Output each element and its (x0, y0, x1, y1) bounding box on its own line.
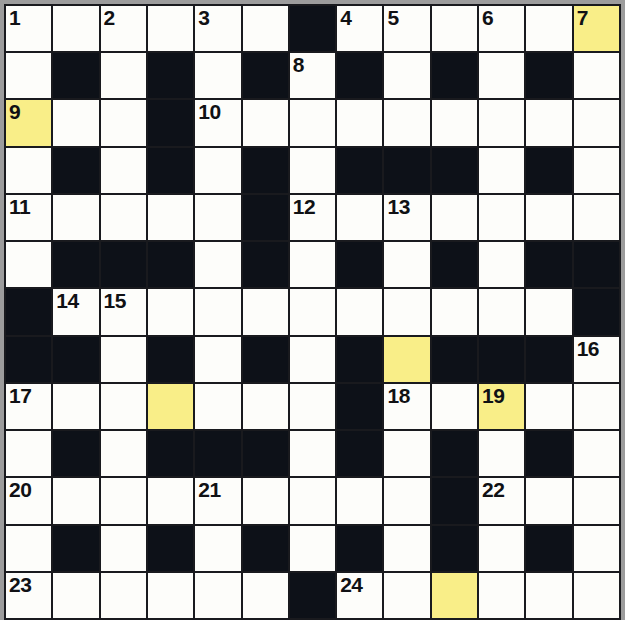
cell-r2c5-white[interactable] (195, 53, 240, 98)
cell-r5c11-white[interactable] (479, 195, 524, 240)
cell-r4c13-white[interactable] (574, 148, 619, 193)
cell-r11c8-white[interactable] (337, 478, 382, 523)
cell-r11c9-white[interactable] (384, 478, 429, 523)
clue-number-14: 14 (56, 290, 78, 312)
clue-number-3: 3 (198, 7, 209, 29)
cell-r5c13-white[interactable] (574, 195, 619, 240)
cell-r13c4-white[interactable] (148, 573, 193, 618)
cell-r5c1-white[interactable]: 11 (6, 195, 51, 240)
cell-r6c7-white[interactable] (290, 242, 335, 287)
cell-r10c12-black (526, 431, 571, 476)
cell-r3c8-white[interactable] (337, 100, 382, 145)
cell-r12c6-black (243, 526, 288, 571)
cell-r6c3-black (101, 242, 146, 287)
clue-number-10: 10 (198, 101, 220, 123)
cell-r6c13-black (574, 242, 619, 287)
cell-r9c7-white[interactable] (290, 384, 335, 429)
cell-r13c11-white[interactable] (479, 573, 524, 618)
cell-r13c10-yellow[interactable] (432, 573, 477, 618)
cell-r2c1-white[interactable] (6, 53, 51, 98)
cell-r5c4-white[interactable] (148, 195, 193, 240)
cell-r7c7-white[interactable] (290, 289, 335, 334)
cell-r3c1-yellow[interactable]: 9 (6, 100, 51, 145)
cell-r5c6-black (243, 195, 288, 240)
cell-r6c12-black (526, 242, 571, 287)
cell-r9c4-yellow[interactable] (148, 384, 193, 429)
cell-r2c8-black (337, 53, 382, 98)
clue-number-21: 21 (198, 479, 220, 501)
cell-r2c3-white[interactable] (101, 53, 146, 98)
cell-r8c2-black (53, 337, 98, 382)
cell-r8c6-black (243, 337, 288, 382)
cell-r4c2-black (53, 148, 98, 193)
cell-r8c3-white[interactable] (101, 337, 146, 382)
cell-r4c3-white[interactable] (101, 148, 146, 193)
cell-r9c13-white[interactable] (574, 384, 619, 429)
cell-r7c6-white[interactable] (243, 289, 288, 334)
clue-number-15: 15 (104, 290, 126, 312)
cell-r6c8-black (337, 242, 382, 287)
cell-r4c1-white[interactable] (6, 148, 51, 193)
cell-r6c11-white[interactable] (479, 242, 524, 287)
cell-r7c13-black (574, 289, 619, 334)
cell-r10c4-black (148, 431, 193, 476)
cell-r5c9-white[interactable]: 13 (384, 195, 429, 240)
cell-r7c11-white[interactable] (479, 289, 524, 334)
clue-number-7: 7 (577, 7, 588, 29)
cell-r3c6-white[interactable] (243, 100, 288, 145)
cell-r1c3-white[interactable]: 2 (101, 6, 146, 51)
cell-r13c7-black (290, 573, 335, 618)
cell-r10c3-white[interactable] (101, 431, 146, 476)
cell-r1c6-white[interactable] (243, 6, 288, 51)
cell-r3c2-white[interactable] (53, 100, 98, 145)
cell-r4c12-black (526, 148, 571, 193)
cell-r11c7-white[interactable] (290, 478, 335, 523)
cell-r1c12-white[interactable] (526, 6, 571, 51)
clue-number-5: 5 (387, 7, 398, 29)
cell-r12c8-black (337, 526, 382, 571)
cell-r10c8-black (337, 431, 382, 476)
cell-r3c9-white[interactable] (384, 100, 429, 145)
cell-r8c1-black (6, 337, 51, 382)
cell-r11c13-white[interactable] (574, 478, 619, 523)
cell-r2c12-black (526, 53, 571, 98)
clue-number-13: 13 (387, 196, 409, 218)
cell-r12c13-white[interactable] (574, 526, 619, 571)
cell-r7c1-black (6, 289, 51, 334)
cell-r10c6-black (243, 431, 288, 476)
cell-r7c2-white[interactable]: 14 (53, 289, 98, 334)
cell-r12c12-black (526, 526, 571, 571)
cell-r2c10-black (432, 53, 477, 98)
cell-r5c12-white[interactable] (526, 195, 571, 240)
cell-r3c13-white[interactable] (574, 100, 619, 145)
cell-r1c9-white[interactable]: 5 (384, 6, 429, 51)
cell-r1c2-white[interactable] (53, 6, 98, 51)
cell-r13c6-white[interactable] (243, 573, 288, 618)
cell-r7c4-white[interactable] (148, 289, 193, 334)
cell-r8c11-black (479, 337, 524, 382)
cell-r1c13-yellow[interactable]: 7 (574, 6, 619, 51)
cell-r1c4-white[interactable] (148, 6, 193, 51)
cell-r8c8-black (337, 337, 382, 382)
clue-number-6: 6 (482, 7, 493, 29)
cell-r11c4-white[interactable] (148, 478, 193, 523)
cell-r3c3-white[interactable] (101, 100, 146, 145)
cell-r5c3-white[interactable] (101, 195, 146, 240)
cell-r11c5-white[interactable]: 21 (195, 478, 240, 523)
clue-number-1: 1 (9, 7, 20, 29)
cell-r1c7-black (290, 6, 335, 51)
cell-r10c9-white[interactable] (384, 431, 429, 476)
cell-r7c9-white[interactable] (384, 289, 429, 334)
cell-r3c4-black (148, 100, 193, 145)
cell-r3c10-white[interactable] (432, 100, 477, 145)
cell-r13c9-white[interactable] (384, 573, 429, 618)
cell-r2c2-black (53, 53, 98, 98)
cell-r4c10-black (432, 148, 477, 193)
cell-r13c1-white[interactable]: 23 (6, 573, 51, 618)
cell-r12c9-white[interactable] (384, 526, 429, 571)
clue-number-11: 11 (9, 196, 30, 218)
cell-r6c1-white[interactable] (6, 242, 51, 287)
cell-r13c8-white[interactable]: 24 (337, 573, 382, 618)
cell-r6c5-white[interactable] (195, 242, 240, 287)
cell-r7c8-white[interactable] (337, 289, 382, 334)
clue-number-24: 24 (340, 574, 362, 596)
cell-r9c12-white[interactable] (526, 384, 571, 429)
cell-r3c12-white[interactable] (526, 100, 571, 145)
cell-r3c5-white[interactable]: 10 (195, 100, 240, 145)
cell-r6c4-black (148, 242, 193, 287)
cell-r2c13-white[interactable] (574, 53, 619, 98)
cell-r1c8-white[interactable]: 4 (337, 6, 382, 51)
cell-r13c12-white[interactable] (526, 573, 571, 618)
cell-r10c13-white[interactable] (574, 431, 619, 476)
cell-r9c11-yellow[interactable]: 19 (479, 384, 524, 429)
cell-r7c3-white[interactable]: 15 (101, 289, 146, 334)
cell-r5c10-white[interactable] (432, 195, 477, 240)
cell-r11c10-black (432, 478, 477, 523)
cell-r5c7-white[interactable]: 12 (290, 195, 335, 240)
clue-number-16: 16 (577, 338, 599, 360)
cell-r9c10-white[interactable] (432, 384, 477, 429)
cell-r1c11-white[interactable]: 6 (479, 6, 524, 51)
cell-r7c5-white[interactable] (195, 289, 240, 334)
cell-r2c7-white[interactable]: 8 (290, 53, 335, 98)
cell-r11c12-white[interactable] (526, 478, 571, 523)
cell-r3c7-white[interactable] (290, 100, 335, 145)
cell-r5c5-white[interactable] (195, 195, 240, 240)
cell-r6c2-black (53, 242, 98, 287)
cell-r9c3-white[interactable] (101, 384, 146, 429)
cell-r12c11-white[interactable] (479, 526, 524, 571)
clue-number-19: 19 (482, 385, 504, 407)
cell-r7c10-white[interactable] (432, 289, 477, 334)
cell-r12c2-black (53, 526, 98, 571)
cell-r3c11-white[interactable] (479, 100, 524, 145)
cell-r12c5-white[interactable] (195, 526, 240, 571)
cell-r9c8-black (337, 384, 382, 429)
cell-r10c2-black (53, 431, 98, 476)
cell-r8c13-white[interactable]: 16 (574, 337, 619, 382)
cell-r8c4-black (148, 337, 193, 382)
cell-r8c5-white[interactable] (195, 337, 240, 382)
cell-r10c5-black (195, 431, 240, 476)
cell-r6c10-black (432, 242, 477, 287)
cell-r10c10-black (432, 431, 477, 476)
cell-r6c6-black (243, 242, 288, 287)
cell-r4c11-white[interactable] (479, 148, 524, 193)
cell-r8c12-black (526, 337, 571, 382)
cell-r12c4-black (148, 526, 193, 571)
cell-r4c6-black (243, 148, 288, 193)
cell-r9c1-white[interactable]: 17 (6, 384, 51, 429)
cell-r12c7-white[interactable] (290, 526, 335, 571)
cell-r9c5-white[interactable] (195, 384, 240, 429)
cell-r1c5-white[interactable]: 3 (195, 6, 240, 51)
cell-r13c13-white[interactable] (574, 573, 619, 618)
cell-r13c3-white[interactable] (101, 573, 146, 618)
cell-r11c6-white[interactable] (243, 478, 288, 523)
cell-r4c4-black (148, 148, 193, 193)
cell-r8c9-yellow[interactable] (384, 337, 429, 382)
cell-r8c7-white[interactable] (290, 337, 335, 382)
cell-r11c3-white[interactable] (101, 478, 146, 523)
cell-r2c11-white[interactable] (479, 53, 524, 98)
cell-r10c7-white[interactable] (290, 431, 335, 476)
cell-r4c8-black (337, 148, 382, 193)
cell-r4c7-white[interactable] (290, 148, 335, 193)
cell-r5c2-white[interactable] (53, 195, 98, 240)
clue-number-9: 9 (9, 101, 20, 123)
cell-r9c2-white[interactable] (53, 384, 98, 429)
clue-number-4: 4 (340, 7, 351, 29)
cell-r13c2-white[interactable] (53, 573, 98, 618)
clue-number-20: 20 (9, 479, 31, 501)
clue-number-23: 23 (9, 574, 31, 596)
cell-r4c9-black (384, 148, 429, 193)
cell-r4c5-white[interactable] (195, 148, 240, 193)
cell-r2c9-white[interactable] (384, 53, 429, 98)
clue-number-18: 18 (387, 385, 409, 407)
cell-r9c6-white[interactable] (243, 384, 288, 429)
cell-r6c9-white[interactable] (384, 242, 429, 287)
clue-number-12: 12 (293, 196, 315, 218)
clue-number-2: 2 (104, 7, 115, 29)
cell-r11c2-white[interactable] (53, 478, 98, 523)
cell-r1c10-white[interactable] (432, 6, 477, 51)
cell-r12c10-black (432, 526, 477, 571)
cell-r8c10-black (432, 337, 477, 382)
cell-r9c9-white[interactable]: 18 (384, 384, 429, 429)
cell-r12c1-white[interactable] (6, 526, 51, 571)
cell-r10c11-white[interactable] (479, 431, 524, 476)
clue-number-8: 8 (293, 54, 304, 76)
cell-r12c3-white[interactable] (101, 526, 146, 571)
cell-r11c1-white[interactable]: 20 (6, 478, 51, 523)
cell-r11c11-white[interactable]: 22 (479, 478, 524, 523)
cell-r1c1-white[interactable]: 1 (6, 6, 51, 51)
clue-number-17: 17 (9, 385, 31, 407)
crossword-board: 123456789101112131415161718192021222324 (4, 4, 621, 620)
cell-r5c8-white[interactable] (337, 195, 382, 240)
cell-r13c5-white[interactable] (195, 573, 240, 618)
cell-r2c6-black (243, 53, 288, 98)
cell-r10c1-white[interactable] (6, 431, 51, 476)
cell-r7c12-white[interactable] (526, 289, 571, 334)
clue-number-22: 22 (482, 479, 504, 501)
cell-r2c4-black (148, 53, 193, 98)
